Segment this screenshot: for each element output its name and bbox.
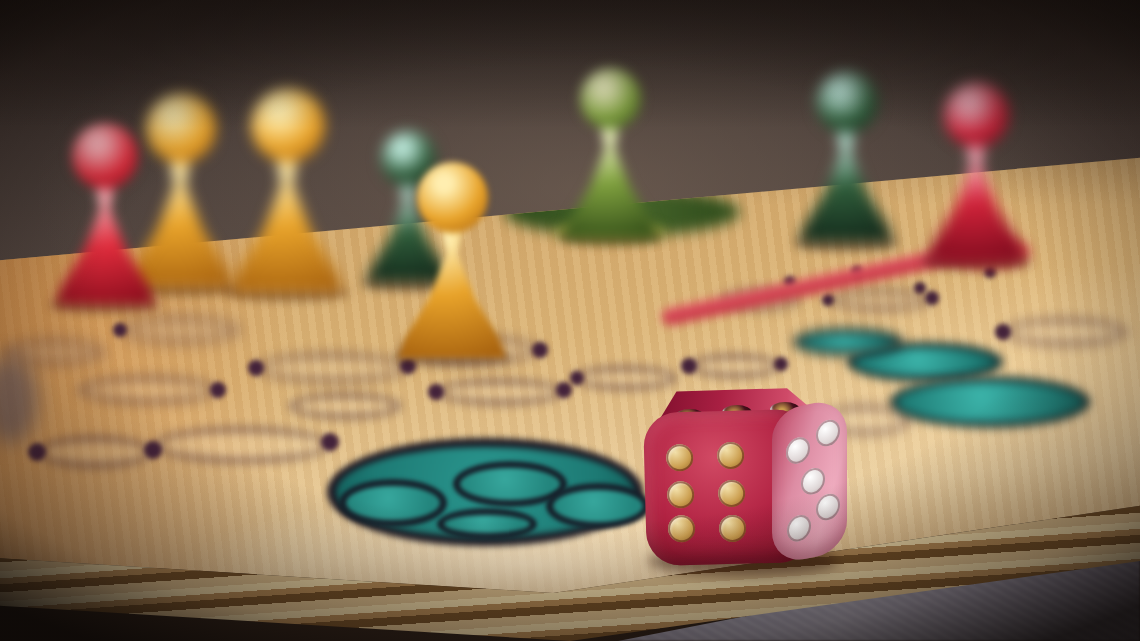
red-die — [635, 378, 847, 574]
pawn-head — [146, 93, 216, 163]
pawn-head — [944, 82, 1009, 147]
pawn-head — [72, 123, 138, 189]
die-pip-right — [816, 418, 840, 449]
pieces-layer — [0, 0, 1140, 641]
die-pip-right — [801, 465, 825, 496]
die-face-right — [772, 396, 847, 566]
die-pip-right — [787, 513, 811, 544]
die-pip-front — [718, 479, 746, 507]
die-pip-front — [717, 441, 745, 469]
pawn-head — [417, 162, 488, 233]
die-pip-right — [816, 492, 840, 523]
pawn-yellow-front — [398, 162, 506, 358]
die-pip-right — [786, 435, 810, 466]
pawn-head — [251, 88, 325, 162]
pawn-head — [580, 68, 641, 129]
pawn-green-track — [563, 68, 657, 238]
pawn-head — [816, 71, 878, 133]
die-pip-front — [667, 514, 695, 542]
ludo-board-photo — [0, 0, 1140, 641]
pawn-red-right — [927, 82, 1026, 262]
die-pip-front — [667, 481, 695, 509]
die-pip-front — [719, 515, 747, 543]
pawn-red-left — [55, 123, 155, 305]
pawn-yellow-left-b — [231, 88, 344, 293]
pawn-darkgreen-right — [799, 71, 894, 243]
die-pip-front — [666, 444, 694, 472]
